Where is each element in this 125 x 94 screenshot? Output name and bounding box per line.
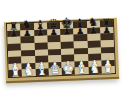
square-c1[interactable]: ♝ (35, 69, 48, 76)
square-d1[interactable]: ♛ (48, 68, 61, 75)
chess-board: ♜♞♝♛♚♝♞♜♟♟♟♟♟♟♟♟♟♟♟♟♟♟♟♟♜♞♝♛♚♝♞♜ (7, 20, 115, 77)
square-g1[interactable]: ♞ (88, 67, 101, 74)
photo-background: ♜♞♝♛♚♝♞♜♟♟♟♟♟♟♟♟♟♟♟♟♟♟♟♟♜♞♝♛♚♝♞♜ (0, 0, 125, 94)
square-a1[interactable]: ♜ (9, 70, 22, 77)
square-e1[interactable]: ♚ (62, 68, 75, 75)
square-f1[interactable]: ♝ (75, 67, 88, 74)
square-h1[interactable]: ♜ (101, 66, 114, 73)
square-b1[interactable]: ♞ (22, 69, 35, 76)
chess-board-frame: ♜♞♝♛♚♝♞♜♟♟♟♟♟♟♟♟♟♟♟♟♟♟♟♟♜♞♝♛♚♝♞♜ (4, 18, 119, 83)
